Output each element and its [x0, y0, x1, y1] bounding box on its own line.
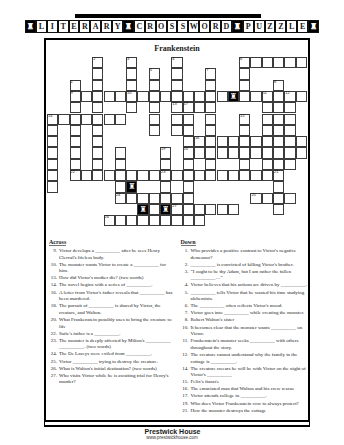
grid-cell[interactable]: [205, 80, 216, 91]
clue-number: 27: [172, 204, 176, 209]
publisher-brand: Prestwick House: [0, 428, 344, 435]
grid-cell[interactable]: [47, 181, 58, 192]
grid-cell[interactable]: [92, 125, 103, 136]
grid-cell[interactable]: [183, 159, 194, 170]
grid-cell[interactable]: [115, 159, 126, 170]
grid-cell[interactable]: [262, 159, 273, 170]
letter-tile: Y: [112, 20, 123, 33]
grid-cell[interactable]: [205, 102, 216, 113]
grid-cell[interactable]: [194, 204, 205, 215]
grid-cell[interactable]: [160, 215, 171, 226]
down-clue-list: 1.Who provides a positive contrast to Vi…: [181, 248, 308, 414]
castle-logo-tile-icon: ♜: [123, 20, 134, 33]
clue-item: 14.The novel begins with a series of ___…: [49, 282, 176, 289]
grid-cell[interactable]: [194, 170, 205, 181]
grid-cell[interactable]: 3: [126, 57, 137, 68]
grid-cell[interactable]: [262, 102, 273, 113]
clue-number: 25: [251, 193, 255, 198]
clue-item-number: 22.: [49, 331, 57, 338]
grid-cell[interactable]: [205, 159, 216, 170]
grid-cell[interactable]: [92, 102, 103, 113]
clue-item-text: Who visits Victor while he is awaiting t…: [59, 373, 176, 386]
clue-item: 21.How the monster destroys the cottage: [181, 408, 308, 415]
grid-cell[interactable]: [217, 136, 228, 147]
grid-cell[interactable]: [228, 170, 239, 181]
grid-cell[interactable]: 4: [171, 57, 182, 68]
grid-cell[interactable]: [205, 125, 216, 136]
across-clue-list: 9.Victor develops a __________ after he …: [49, 248, 176, 386]
logo-cell: ♜: [137, 204, 148, 215]
clue-item-text: Victor develops a __________ after he se…: [59, 248, 176, 261]
grid-cell[interactable]: [81, 114, 92, 125]
clue-number: 24: [116, 193, 120, 198]
letter-tile: S: [177, 20, 188, 33]
grid-cell[interactable]: [239, 80, 250, 91]
clue-item-text: The creature cannot understand why the f…: [191, 352, 308, 365]
clue-item-number: 11.: [181, 338, 189, 351]
clue-item-text: __________ is convicted of killing Victo…: [191, 262, 308, 269]
grid-cell[interactable]: [284, 159, 295, 170]
grid-cell[interactable]: [239, 147, 250, 158]
clue-item: 15.Felix's fiancée: [181, 379, 308, 386]
grid-cell[interactable]: [126, 193, 137, 204]
grid-cell[interactable]: [296, 147, 307, 158]
grid-cell[interactable]: 12: [284, 91, 295, 102]
grid-cell[interactable]: [92, 80, 103, 91]
grid-cell[interactable]: [205, 91, 216, 102]
logo-cell: ♜: [228, 91, 239, 102]
grid-cell[interactable]: [273, 102, 284, 113]
grid-cell[interactable]: [92, 91, 103, 102]
grid-cell[interactable]: [296, 136, 307, 147]
grid-cell[interactable]: [273, 57, 284, 68]
grid-cell[interactable]: [273, 136, 284, 147]
clue-item: 4.Victor believes that his actions are d…: [181, 282, 308, 289]
grid-cell[interactable]: [284, 147, 295, 158]
clue-number: 20: [184, 147, 188, 152]
grid-cell[interactable]: [92, 147, 103, 158]
grid-cell[interactable]: [183, 181, 194, 192]
grid-cell[interactable]: [171, 215, 182, 226]
down-heading: Down: [181, 239, 196, 246]
grid-cell[interactable]: 11: [262, 91, 273, 102]
clue-item: 12.The creature cannot understand why th…: [181, 352, 308, 365]
clue-number: 3: [127, 57, 129, 62]
clue-item-text: Who provides a positive contrast to Vict…: [191, 248, 308, 261]
clue-number: 2: [93, 57, 95, 62]
clue-number: 26: [105, 215, 109, 220]
grid-cell[interactable]: 8: [273, 80, 284, 91]
grid-cell[interactable]: 24: [115, 193, 126, 204]
grid-cell[interactable]: [250, 91, 261, 102]
letter-tile: C: [134, 20, 145, 33]
clue-item-text: The novel begins with a series of ______…: [59, 282, 176, 289]
letter-tile: A: [90, 20, 101, 33]
grid-cell[interactable]: [149, 125, 160, 136]
clue-item: 26.What is Walton's initial destination?…: [49, 366, 176, 373]
clue-item: 16.The emaciated man that Walton and his…: [181, 386, 308, 393]
grid-cell[interactable]: [149, 193, 160, 204]
clue-item-number: 12.: [181, 352, 189, 365]
grid-cell[interactable]: [205, 136, 216, 147]
grid-cell[interactable]: [183, 170, 194, 181]
castle-logo-tile-icon: ♜: [232, 20, 243, 33]
clue-item: 7.Victor goes into __________ while crea…: [181, 310, 308, 317]
grid-cell[interactable]: 25: [250, 193, 261, 204]
clue-item: 18.The pursuit of __________ is shared b…: [49, 303, 176, 316]
grid-cell[interactable]: [262, 193, 273, 204]
grid-cell[interactable]: [239, 68, 250, 79]
clue-item-number: 19.: [181, 401, 189, 408]
grid-cell[interactable]: [205, 170, 216, 181]
worksheet-page: ♜LITERARY♜CROSSWORD♜PUZZLE♜ Frankenstein…: [0, 0, 344, 445]
grid-cell[interactable]: [250, 147, 261, 158]
clue-columns: Across 9.Victor develops a __________ af…: [49, 230, 307, 415]
grid-cell[interactable]: [47, 147, 58, 158]
clue-number: 14: [48, 114, 52, 119]
grid-cell[interactable]: [262, 125, 273, 136]
grid-cell[interactable]: [171, 68, 182, 79]
grid-cell[interactable]: [149, 80, 160, 91]
grid-cell[interactable]: 14: [47, 114, 58, 125]
grid-cell[interactable]: [273, 91, 284, 102]
grid-cell[interactable]: 20: [183, 147, 194, 158]
grid-cell[interactable]: [149, 204, 160, 215]
letter-tile: W: [188, 20, 199, 33]
grid-cell[interactable]: [273, 114, 284, 125]
letter-tile: I: [47, 20, 58, 33]
grid-cell[interactable]: [239, 170, 250, 181]
grid-cell[interactable]: [149, 91, 160, 102]
grid-cell[interactable]: [217, 204, 228, 215]
clue-item-text: What Frankenstein possibly uses to bring…: [59, 317, 176, 330]
clue-number: 17: [184, 102, 188, 107]
grid-cell[interactable]: [183, 114, 194, 125]
grid-cell[interactable]: [104, 91, 115, 102]
grid-cell[interactable]: [115, 181, 126, 192]
grid-cell[interactable]: [284, 125, 295, 136]
clue-item: 16.A letter from Victor's father reveals…: [49, 290, 176, 303]
grid-cell[interactable]: [273, 125, 284, 136]
grid-cell[interactable]: [70, 102, 81, 113]
grid-cell[interactable]: [239, 91, 250, 102]
clue-item-number: 17.: [181, 393, 189, 400]
clue-item: 27.Who visits Victor while he is awaitin…: [49, 373, 176, 386]
letter-tile: O: [156, 20, 167, 33]
grid-cell[interactable]: 7: [205, 68, 216, 79]
grid-cell[interactable]: [239, 125, 250, 136]
grid-cell[interactable]: [126, 102, 137, 113]
clue-number: 21: [274, 170, 278, 175]
castle-logo-tile-icon: ♜: [25, 20, 36, 33]
letter-tile: Z: [275, 20, 286, 33]
grid-cell[interactable]: [217, 91, 228, 102]
clue-item-text: “I ought to be thy Adam, but I am rather…: [191, 269, 308, 282]
clue-number: 7: [206, 68, 208, 73]
grid-cell[interactable]: [194, 147, 205, 158]
letter-tile: O: [199, 20, 210, 33]
letter-tile: R: [79, 20, 90, 33]
grid-cell[interactable]: [183, 215, 194, 226]
grid-cell[interactable]: [194, 91, 205, 102]
clue-item-number: 15.: [181, 379, 189, 386]
clue-item-text: Victor believes that his actions are dri…: [191, 282, 308, 289]
grid-cell[interactable]: [228, 204, 239, 215]
clue-item-text: The __________ often reflects Victor's m…: [191, 303, 308, 310]
grid-cell[interactable]: [217, 147, 228, 158]
grid-cell[interactable]: [92, 114, 103, 125]
letter-tile: U: [254, 20, 265, 33]
letter-tile: S: [167, 20, 178, 33]
grid-cell[interactable]: [183, 193, 194, 204]
clue-item-text: The creature swears he will be with Vict…: [191, 366, 308, 379]
grid-cell[interactable]: [262, 136, 273, 147]
grid-cell[interactable]: [47, 125, 58, 136]
clue-item-text: __________ tells Victor that he wasted h…: [191, 290, 308, 303]
clue-number: 23: [161, 170, 165, 175]
grid-cell[interactable]: [217, 170, 228, 181]
clue-item: 10.The monster wants Victor to create a …: [49, 262, 176, 275]
clue-item-number: 5.: [181, 290, 189, 303]
grid-cell[interactable]: [194, 215, 205, 226]
clue-item-number: 10.: [181, 325, 189, 338]
grid-cell[interactable]: [284, 193, 295, 204]
grid-cell[interactable]: [126, 170, 137, 181]
publisher-url[interactable]: www.prestwickhouse.com: [0, 435, 344, 441]
grid-cell[interactable]: [205, 147, 216, 158]
grid-cell[interactable]: [273, 193, 284, 204]
clue-item-text: A letter from Victor's father reveals th…: [59, 290, 176, 303]
grid-cell[interactable]: 21: [273, 170, 284, 181]
grid-cell[interactable]: [149, 102, 160, 113]
grid-cell[interactable]: 2: [92, 57, 103, 68]
grid-cell[interactable]: [228, 147, 239, 158]
letter-tile: E: [297, 20, 308, 33]
clue-item-number: 16.: [49, 290, 57, 303]
grid-cell[interactable]: 27: [171, 204, 182, 215]
grid-cell[interactable]: 22: [70, 170, 81, 181]
clue-item: 20.What Frankenstein possibly uses to br…: [49, 317, 176, 330]
grid-cell[interactable]: [115, 170, 126, 181]
publisher-name: Prestwick House: [144, 428, 200, 435]
clue-item-number: 4.: [181, 282, 189, 289]
clue-item-text: Who does Victor Frankenstein vow to alwa…: [191, 401, 308, 408]
grid-cell[interactable]: [126, 215, 137, 226]
grid-cell[interactable]: 23: [160, 170, 171, 181]
grid-cell[interactable]: [171, 125, 182, 136]
letter-tile: L: [286, 20, 297, 33]
clue-item-text: The monster wants Victor to create a ___…: [59, 262, 176, 275]
clue-item: 6.The __________ often reflects Victor's…: [181, 303, 308, 310]
grid-cell[interactable]: [137, 91, 148, 102]
logo-cell: ♜: [160, 204, 171, 215]
grid-cell[interactable]: [92, 136, 103, 147]
clue-item-number: 1.: [181, 248, 189, 261]
grid-cell[interactable]: [104, 170, 115, 181]
grid-cell[interactable]: [70, 147, 81, 158]
grid-cell[interactable]: [70, 136, 81, 147]
grid-cell[interactable]: [160, 91, 171, 102]
grid-cell[interactable]: [284, 57, 295, 68]
clue-item: 9.Victor develops a __________ after he …: [49, 248, 176, 261]
grid-cell[interactable]: [58, 114, 69, 125]
grid-cell[interactable]: [262, 147, 273, 158]
grid-cell[interactable]: [137, 215, 148, 226]
grid-cell[interactable]: [171, 114, 182, 125]
grid-cell[interactable]: [239, 159, 250, 170]
clue-number: 9: [71, 91, 73, 96]
grid-cell[interactable]: 9: [70, 91, 81, 102]
top-black-bar: [75, 14, 261, 18]
book-title: Frankenstein: [46, 44, 308, 53]
grid-cell[interactable]: [115, 215, 126, 226]
header-title-tiles: ♜LITERARY♜CROSSWORD♜PUZZLE♜: [9, 20, 335, 33]
grid-cell[interactable]: [296, 57, 307, 68]
clue-item-number: 16.: [181, 386, 189, 393]
clue-item-text: Felix's fiancée: [191, 379, 308, 386]
grid-cell[interactable]: [250, 57, 261, 68]
clue-item-number: 13.: [49, 275, 57, 282]
puzzle-frame: Frankenstein 23465718910♜111213171415161…: [44, 38, 310, 427]
clue-item-number: 20.: [49, 317, 57, 330]
grid-cell[interactable]: [296, 91, 307, 102]
grid-cell[interactable]: [171, 80, 182, 91]
letter-tile: P: [243, 20, 254, 33]
clue-item-text: Victor __________ trying to destroy the …: [59, 359, 176, 366]
grid-cell[interactable]: [284, 136, 295, 147]
grid-cell[interactable]: [183, 125, 194, 136]
grid-cell[interactable]: [149, 114, 160, 125]
letter-tile: D: [221, 20, 232, 33]
grid-cell[interactable]: [262, 170, 273, 181]
clue-item-number: 25.: [49, 359, 57, 366]
grid-cell[interactable]: [284, 114, 295, 125]
letter-tile: R: [101, 20, 112, 33]
grid-cell[interactable]: [92, 159, 103, 170]
clue-number: 12: [285, 91, 289, 96]
clue-item: 11.Frankenstein's monster seeks ________…: [181, 338, 308, 351]
grid-cell[interactable]: [115, 147, 126, 158]
grid-cell[interactable]: 15: [239, 114, 250, 125]
grid-cell[interactable]: [262, 114, 273, 125]
castle-logo-tile-icon: ♜: [308, 20, 319, 33]
grid-cell[interactable]: [47, 136, 58, 147]
grid-cell[interactable]: [250, 136, 261, 147]
grid-cell[interactable]: 26: [104, 215, 115, 226]
clue-item-number: 21.: [181, 408, 189, 415]
grid-cell[interactable]: [104, 114, 115, 125]
clue-number: 6: [240, 57, 242, 62]
grid-cell[interactable]: [137, 193, 148, 204]
clue-item-number: 14.: [49, 282, 57, 289]
clue-item: 19.Who does Victor Frankenstein vow to a…: [181, 401, 308, 408]
grid-cell[interactable]: [228, 136, 239, 147]
grid-cell[interactable]: [183, 204, 194, 215]
grid-cell[interactable]: [273, 147, 284, 158]
clue-item: 2.__________ is convicted of killing Vic…: [181, 262, 308, 269]
logo-cell: ♜: [126, 181, 137, 192]
grid-cell[interactable]: 6: [239, 57, 250, 68]
clue-item-text: It becomes clear that the monster wants …: [191, 325, 308, 338]
clue-item-number: 7.: [181, 310, 189, 317]
clue-item-text: Victor goes into __________ while creati…: [191, 310, 308, 317]
grid-cell[interactable]: 5: [149, 68, 160, 79]
grid-cell[interactable]: [70, 125, 81, 136]
clue-item-number: 26.: [49, 366, 57, 373]
grid-cell[interactable]: [137, 170, 148, 181]
grid-cell[interactable]: [81, 91, 92, 102]
grid-cell[interactable]: [239, 136, 250, 147]
clue-item: 1.Who provides a positive contrast to Vi…: [181, 248, 308, 261]
grid-cell[interactable]: [149, 170, 160, 181]
clue-item: 8.Robert Walton's sister: [181, 317, 308, 324]
grid-cell[interactable]: [194, 102, 205, 113]
grid-cell[interactable]: [47, 170, 58, 181]
clue-item-number: 14.: [181, 366, 189, 379]
clue-number: 11: [263, 91, 267, 96]
grid-cell[interactable]: 13: [171, 102, 182, 113]
grid-cell[interactable]: 10: [126, 91, 137, 102]
letter-tile: Z: [265, 20, 276, 33]
across-heading: Across: [49, 239, 66, 246]
grid-cell[interactable]: [126, 68, 137, 79]
grid-cell[interactable]: 17: [183, 102, 194, 113]
clue-item: 3.“I ought to be thy Adam, but I am rath…: [181, 269, 308, 282]
grid-cell[interactable]: [70, 114, 81, 125]
grid-cell[interactable]: [273, 181, 284, 192]
grid-cell[interactable]: [262, 57, 273, 68]
grid-cell[interactable]: [81, 170, 92, 181]
grid-cell[interactable]: [284, 102, 295, 113]
clue-item: 25.Victor __________ trying to destroy t…: [49, 359, 176, 366]
clue-item: 13.How did Victor's mother die? (two wor…: [49, 275, 176, 282]
clue-item: 22.Safie's father is a __________.: [49, 331, 176, 338]
grid-cell[interactable]: [115, 114, 126, 125]
clue-item: 5.__________ tells Victor that he wasted…: [181, 290, 308, 303]
clue-number: 19: [161, 147, 165, 152]
clue-number: 16: [195, 136, 199, 141]
clue-item-number: 27.: [49, 373, 57, 386]
grid-cell[interactable]: [171, 170, 182, 181]
grid-cell[interactable]: [92, 170, 103, 181]
clue-item: 10.It becomes clear that the monster wan…: [181, 325, 308, 338]
grid-cell[interactable]: [250, 170, 261, 181]
clue-item-number: 2.: [181, 262, 189, 269]
clue-item-text: The pursuit of __________ is shared by V…: [59, 303, 176, 316]
clue-item-text: Safie's father is a __________.: [59, 331, 176, 338]
grid-cell[interactable]: [115, 91, 126, 102]
grid-cell[interactable]: 16: [194, 136, 205, 147]
grid-cell[interactable]: [92, 68, 103, 79]
letter-tile: R: [145, 20, 156, 33]
clue-item: 24.The De Laceys were exiled from ______…: [49, 351, 176, 358]
grid-cell[interactable]: [160, 193, 171, 204]
clue-number: 1: [71, 80, 73, 85]
letter-tile: E: [69, 20, 80, 33]
grid-cell[interactable]: [273, 204, 284, 215]
clue-item-text: The De Laceys were exiled from _________…: [59, 351, 176, 358]
grid-cell[interactable]: 19: [160, 147, 171, 158]
grid-cell[interactable]: [47, 159, 58, 170]
clue-number: 4: [172, 57, 174, 62]
clue-item: 17.Victor attends college in __________.: [181, 393, 308, 400]
grid-cell[interactable]: [205, 114, 216, 125]
grid-cell[interactable]: [149, 215, 160, 226]
grid-cell[interactable]: [205, 204, 216, 215]
grid-cell[interactable]: [160, 181, 171, 192]
clue-number: 22: [71, 170, 75, 175]
clue-number: 5: [150, 68, 152, 73]
